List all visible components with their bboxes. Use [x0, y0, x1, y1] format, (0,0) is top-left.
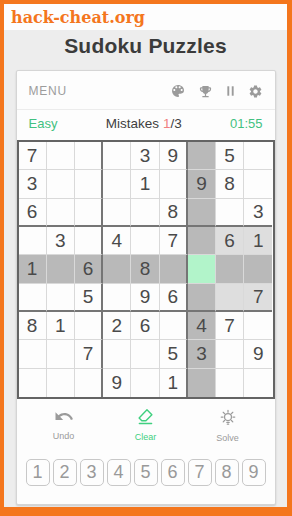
- cell-r4c9[interactable]: 1: [244, 227, 272, 255]
- cell-r2c6[interactable]: [160, 170, 188, 198]
- cell-r4c6[interactable]: 7: [160, 227, 188, 255]
- cell-r9c3[interactable]: [75, 369, 103, 397]
- cell-r7c1[interactable]: 8: [19, 312, 47, 340]
- cell-r4c8[interactable]: 6: [216, 227, 244, 255]
- cell-r3c3[interactable]: [75, 199, 103, 227]
- cell-r8c4[interactable]: [103, 340, 131, 368]
- cell-r6c2[interactable]: [47, 284, 75, 312]
- cell-r5c4[interactable]: [103, 255, 131, 283]
- numpad-5[interactable]: 5: [134, 459, 158, 486]
- cell-r3c4[interactable]: [103, 199, 131, 227]
- header-icons: [170, 83, 263, 99]
- cell-r3c9[interactable]: 3: [244, 199, 272, 227]
- cell-r8c2[interactable]: [47, 340, 75, 368]
- cell-r5c8[interactable]: [216, 255, 244, 283]
- difficulty-label: Easy: [29, 116, 58, 131]
- cell-r2c3[interactable]: [75, 170, 103, 198]
- cell-r8c5[interactable]: [131, 340, 159, 368]
- cell-r7c6[interactable]: [160, 312, 188, 340]
- cell-r5c1[interactable]: 1: [19, 255, 47, 283]
- cell-r2c9[interactable]: [244, 170, 272, 198]
- menu-button[interactable]: MENU: [29, 84, 68, 98]
- cell-r8c3[interactable]: 7: [75, 340, 103, 368]
- cell-r3c6[interactable]: 8: [160, 199, 188, 227]
- number-pad: 123456789: [17, 459, 275, 486]
- cell-r2c1[interactable]: 3: [19, 170, 47, 198]
- cell-r8c1[interactable]: [19, 340, 47, 368]
- eraser-icon: [135, 408, 156, 429]
- undo-icon: [53, 408, 75, 428]
- screen: hack-cheat.org Sudoku Puzzles MENU: [0, 0, 292, 516]
- cell-r8c8[interactable]: [216, 340, 244, 368]
- cell-r6c3[interactable]: 5: [75, 284, 103, 312]
- numpad-8[interactable]: 8: [215, 459, 239, 486]
- cell-r3c7[interactable]: [188, 199, 216, 227]
- cell-r5c3[interactable]: 6: [75, 255, 103, 283]
- cell-r5c2[interactable]: [47, 255, 75, 283]
- solve-button[interactable]: Solve: [203, 408, 253, 443]
- timer: 01:55: [230, 116, 263, 131]
- cell-r2c2[interactable]: [47, 170, 75, 198]
- cell-r3c2[interactable]: [47, 199, 75, 227]
- numpad-3[interactable]: 3: [80, 459, 104, 486]
- cell-r8c9[interactable]: 9: [244, 340, 272, 368]
- mistakes-label: Mistakes: [106, 116, 159, 131]
- cell-r5c5[interactable]: 8: [131, 255, 159, 283]
- cell-r7c2[interactable]: 1: [47, 312, 75, 340]
- numpad-6[interactable]: 6: [161, 459, 185, 486]
- settings-icon[interactable]: [248, 84, 263, 99]
- cell-r6c6[interactable]: 6: [160, 284, 188, 312]
- cell-r1c7[interactable]: [188, 142, 216, 170]
- cell-r4c7[interactable]: [188, 227, 216, 255]
- cell-r9c2[interactable]: [47, 369, 75, 397]
- cell-r5c7[interactable]: [188, 255, 216, 283]
- cell-r3c8[interactable]: [216, 199, 244, 227]
- cell-r2c7[interactable]: 9: [188, 170, 216, 198]
- numpad-7[interactable]: 7: [188, 459, 212, 486]
- cell-r7c9[interactable]: [244, 312, 272, 340]
- mistakes-total: /3: [170, 116, 181, 131]
- cell-r6c1[interactable]: [19, 284, 47, 312]
- cell-r1c8[interactable]: 5: [216, 142, 244, 170]
- cell-r7c3[interactable]: [75, 312, 103, 340]
- numpad-4[interactable]: 4: [107, 459, 131, 486]
- cell-r4c5[interactable]: [131, 227, 159, 255]
- cell-r6c5[interactable]: 9: [131, 284, 159, 312]
- numpad-1[interactable]: 1: [26, 459, 50, 486]
- cell-r6c8[interactable]: [216, 284, 244, 312]
- cell-r1c9[interactable]: [244, 142, 272, 170]
- numpad-9[interactable]: 9: [242, 459, 266, 486]
- cell-r4c3[interactable]: [75, 227, 103, 255]
- site-name: hack-cheat.org: [11, 8, 145, 27]
- cell-r1c5[interactable]: 3: [131, 142, 159, 170]
- clear-label: Clear: [135, 432, 157, 442]
- cell-r8c7[interactable]: 3: [188, 340, 216, 368]
- bulb-icon: [218, 408, 238, 430]
- toolbar: Undo Clear Solve: [17, 399, 275, 443]
- page-title: Sudoku Puzzles: [4, 33, 287, 59]
- cell-r8c6[interactable]: 5: [160, 340, 188, 368]
- card-header: MENU: [17, 71, 275, 110]
- palette-icon[interactable]: [170, 83, 186, 99]
- cell-r1c1[interactable]: 7: [19, 142, 47, 170]
- trophy-icon[interactable]: [198, 84, 213, 99]
- cell-r2c5[interactable]: 1: [131, 170, 159, 198]
- cell-r1c2[interactable]: [47, 142, 75, 170]
- status-bar: Easy Mistakes1/3 01:55: [17, 110, 275, 140]
- cell-r3c5[interactable]: [131, 199, 159, 227]
- mistakes-counter: Mistakes1/3: [106, 116, 182, 131]
- solve-label: Solve: [216, 433, 239, 443]
- undo-button[interactable]: Undo: [39, 408, 89, 443]
- cell-r6c9[interactable]: 7: [244, 284, 272, 312]
- cell-r9c7[interactable]: [188, 369, 216, 397]
- cell-r7c7[interactable]: 4: [188, 312, 216, 340]
- cell-r1c6[interactable]: 9: [160, 142, 188, 170]
- cell-r9c5[interactable]: [131, 369, 159, 397]
- cell-r5c9[interactable]: [244, 255, 272, 283]
- cell-r1c3[interactable]: [75, 142, 103, 170]
- numpad-2[interactable]: 2: [53, 459, 77, 486]
- cell-r7c8[interactable]: 7: [216, 312, 244, 340]
- cell-r6c7[interactable]: [188, 284, 216, 312]
- game-card: MENU Easy M: [16, 70, 276, 505]
- cell-r7c5[interactable]: 6: [131, 312, 159, 340]
- cell-r9c9[interactable]: [244, 369, 272, 397]
- cell-r9c1[interactable]: [19, 369, 47, 397]
- cell-r6c4[interactable]: [103, 284, 131, 312]
- undo-label: Undo: [53, 431, 75, 441]
- cell-r3c1[interactable]: 6: [19, 199, 47, 227]
- cell-r7c4[interactable]: 2: [103, 312, 131, 340]
- cell-r4c1[interactable]: [19, 227, 47, 255]
- pause-icon[interactable]: [225, 84, 236, 98]
- app-frame: hack-cheat.org Sudoku Puzzles MENU: [4, 4, 287, 507]
- cell-r9c4[interactable]: 9: [103, 369, 131, 397]
- cell-r4c4[interactable]: 4: [103, 227, 131, 255]
- cell-r9c8[interactable]: [216, 369, 244, 397]
- clear-button[interactable]: Clear: [121, 408, 171, 443]
- sudoku-grid: 73953198683347611685967812647753991: [17, 140, 275, 399]
- cell-r2c8[interactable]: 8: [216, 170, 244, 198]
- cell-r1c4[interactable]: [103, 142, 131, 170]
- cell-r2c4[interactable]: [103, 170, 131, 198]
- cell-r4c2[interactable]: 3: [47, 227, 75, 255]
- cell-r9c6[interactable]: 1: [160, 369, 188, 397]
- site-banner: hack-cheat.org: [4, 4, 287, 30]
- cell-r5c6[interactable]: [160, 255, 188, 283]
